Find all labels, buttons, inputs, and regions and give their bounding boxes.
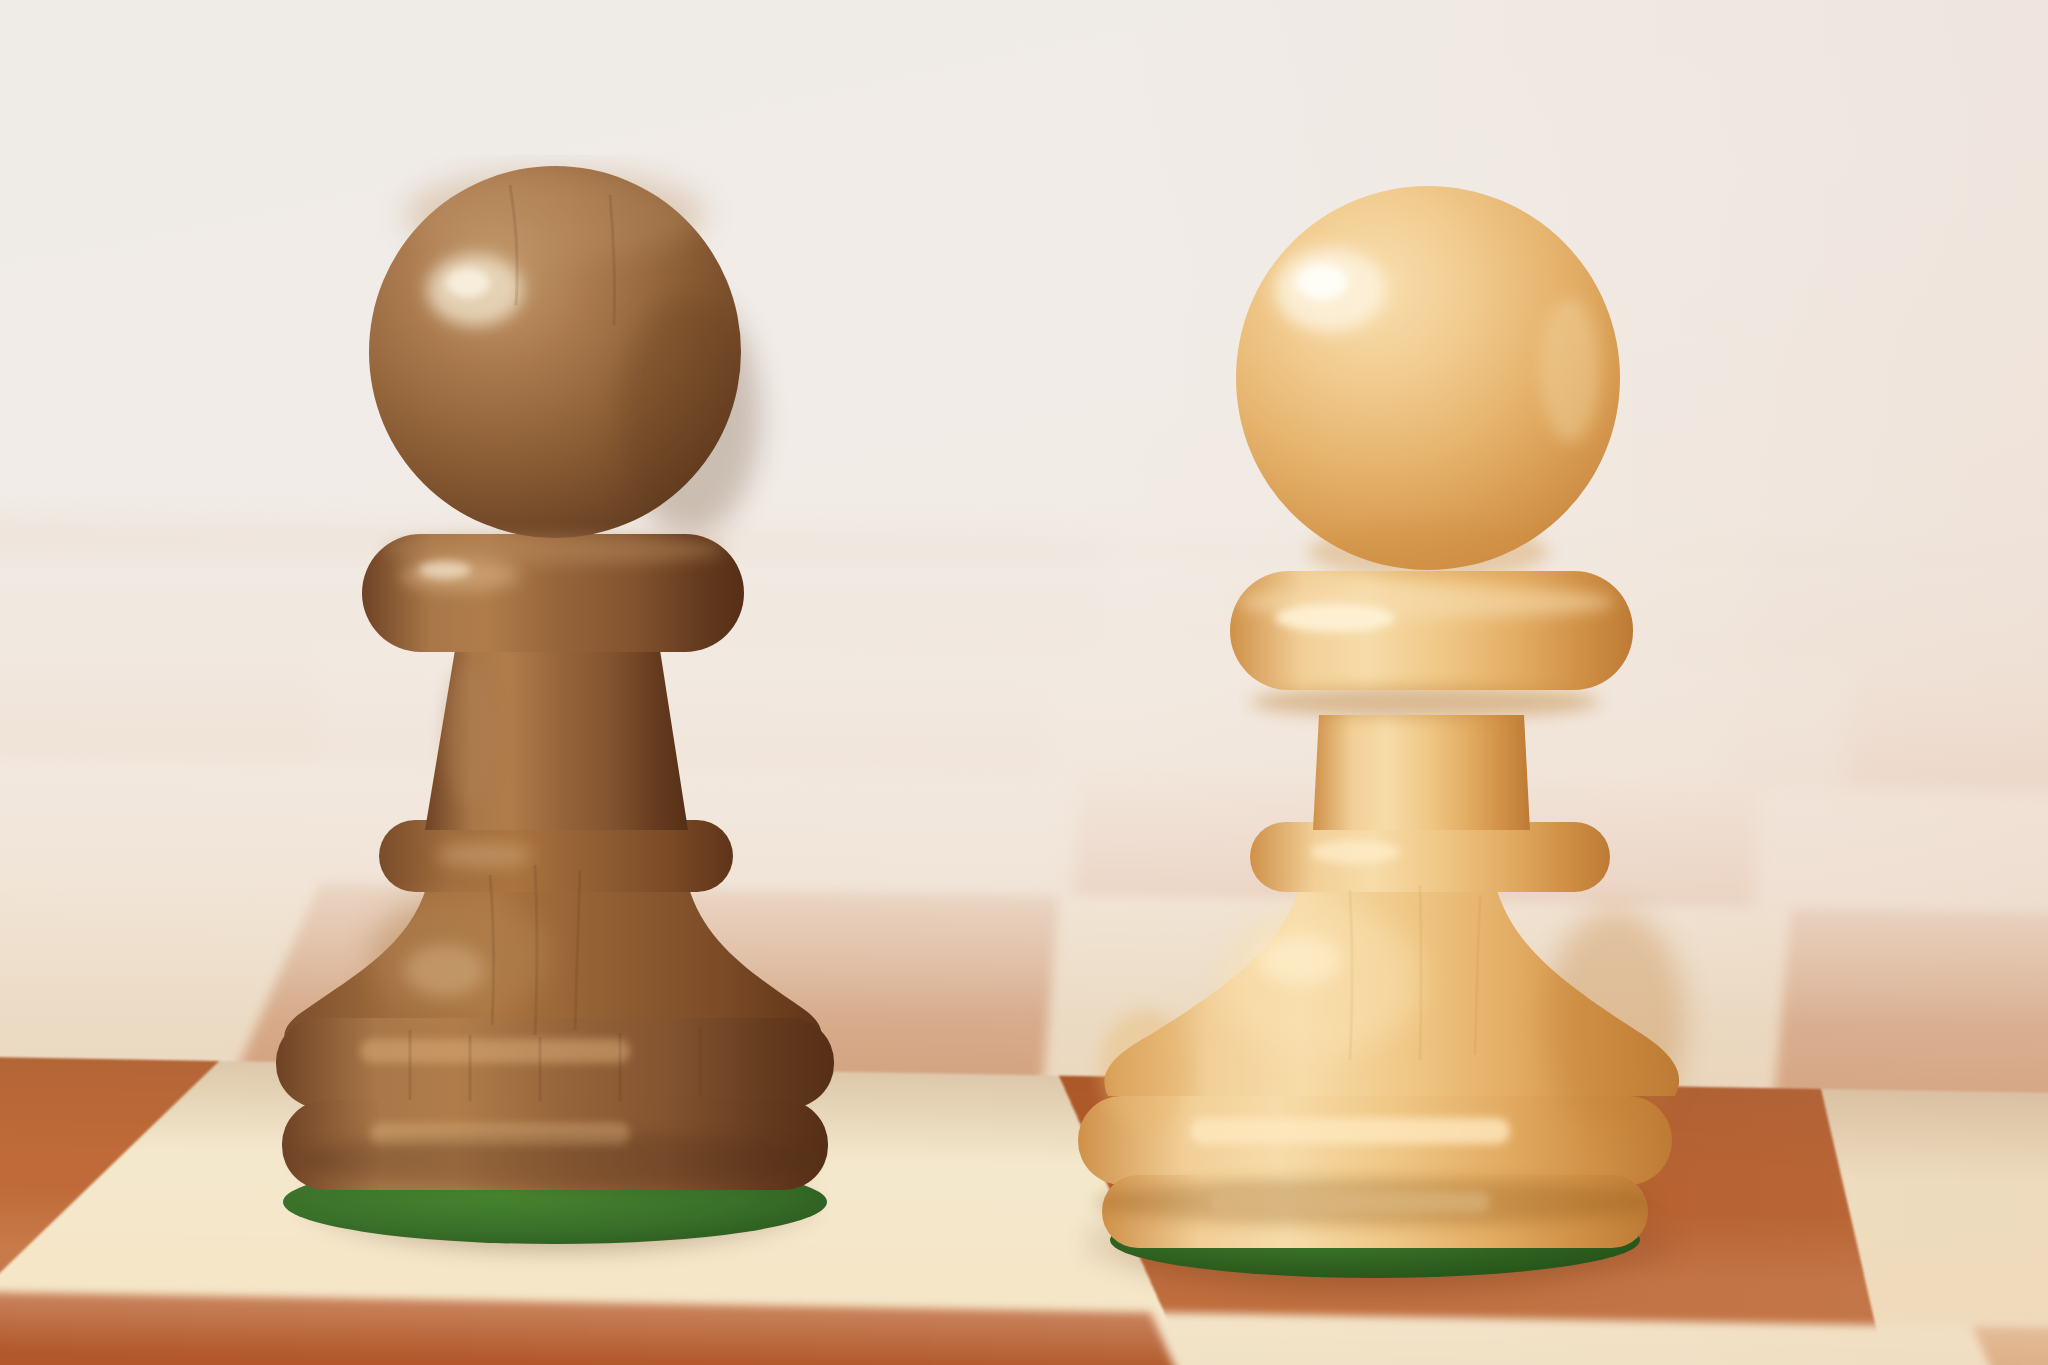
black-pawn-body [276, 650, 834, 1190]
black-pawn[interactable]: ♟ [260, 155, 850, 1255]
white-pawn[interactable]: ♙ [1050, 170, 1750, 1295]
black-pawn-figure [260, 155, 850, 1255]
white-pawn-figure [1050, 170, 1750, 1295]
photo-scene: ♟ [0, 0, 2048, 1365]
